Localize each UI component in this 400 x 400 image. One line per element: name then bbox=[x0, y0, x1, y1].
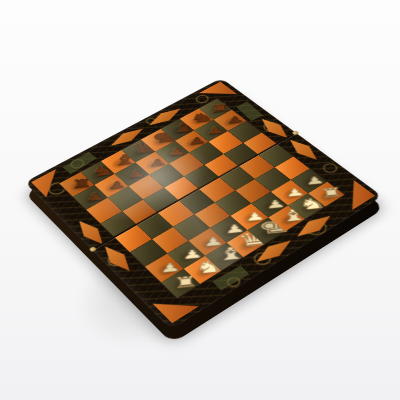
piece-black-pawn: ♟ bbox=[83, 191, 108, 204]
square-f3 bbox=[235, 179, 271, 204]
piece-white-pawn: ♟ bbox=[261, 198, 289, 211]
chess-box: ♜♞♝♛♚♝♞♜♟♟♟♟♟♟♟♟♟♟♟♟♟♟♟♟♜♞♝♛♚♝♞♜ bbox=[25, 78, 383, 330]
scene: ♜♞♝♛♚♝♞♜♟♟♟♟♟♟♟♟♟♟♟♟♟♟♟♟♜♞♝♛♚♝♞♜ bbox=[0, 0, 400, 400]
photo-canvas: ♜♞♝♛♚♝♞♜♟♟♟♟♟♟♟♟♟♟♟♟♟♟♟♟♜♞♝♛♚♝♞♜ bbox=[0, 0, 400, 400]
board-frame: ♜♞♝♛♚♝♞♜♟♟♟♟♟♟♟♟♟♟♟♟♟♟♟♟♜♞♝♛♚♝♞♜ bbox=[25, 78, 383, 330]
piece-white-rook: ♜ bbox=[317, 186, 346, 201]
